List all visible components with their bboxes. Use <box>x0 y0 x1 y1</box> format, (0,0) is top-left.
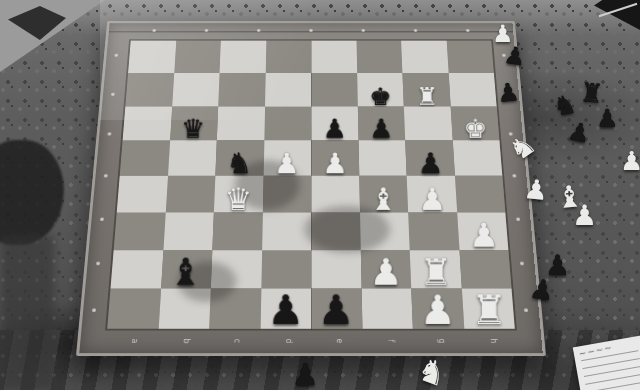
square-c6 <box>217 106 265 140</box>
file-label: b <box>175 317 191 365</box>
border-dot <box>100 217 104 220</box>
square-b5 <box>168 140 217 175</box>
border-dot <box>414 29 418 32</box>
square-b8 <box>174 41 221 73</box>
border-dot <box>309 29 312 32</box>
square-f5 <box>358 140 407 175</box>
square-h5 <box>452 140 502 175</box>
border-dots-top <box>131 29 490 33</box>
captured-piece-black-pawn: ♟ <box>292 360 319 390</box>
piece-black-knight: ♞ <box>226 149 252 178</box>
square-b7 <box>172 73 220 106</box>
square-f6: ♟ <box>357 106 405 140</box>
square-e5: ♟ <box>311 140 359 175</box>
square-g2: ♜ <box>410 250 462 289</box>
square-g3 <box>408 212 459 250</box>
file-label: f <box>380 317 395 365</box>
square-e7 <box>311 73 357 106</box>
square-d7 <box>265 73 311 106</box>
captured-piece-black-pawn: ♟ <box>528 274 557 305</box>
piece-white-rook: ♜ <box>416 84 438 108</box>
border-dot <box>96 262 100 266</box>
piece-white-pawn: ♟ <box>322 149 348 178</box>
square-g6 <box>404 106 453 140</box>
square-g8 <box>401 41 448 73</box>
piece-white-rook: ♜ <box>419 254 452 291</box>
square-g4: ♟ <box>407 176 457 212</box>
captured-piece-white-pawn: ♟ <box>523 175 550 204</box>
captured-piece-white-pawn: ♟ <box>572 202 597 230</box>
square-h3: ♟ <box>457 212 509 250</box>
piece-black-pawn: ♟ <box>417 149 443 178</box>
border-dot <box>361 29 365 32</box>
square-g5: ♟ <box>405 140 454 175</box>
square-c7 <box>218 73 265 106</box>
square-g7: ♜ <box>402 73 450 106</box>
square-a4 <box>117 176 168 212</box>
square-h7 <box>448 73 496 106</box>
captured-piece-black-pawn: ♟ <box>496 79 521 106</box>
border-dot <box>257 29 261 32</box>
piece-black-king: ♚ <box>370 84 392 108</box>
square-a7 <box>125 73 173 106</box>
file-label: h <box>482 317 499 365</box>
square-e6: ♟ <box>311 106 358 140</box>
piece-white-pawn: ♟ <box>274 149 300 178</box>
border-dot <box>104 174 108 177</box>
square-f8 <box>356 41 402 73</box>
square-e2 <box>311 250 361 289</box>
piece-white-pawn: ♟ <box>418 183 446 214</box>
square-c3 <box>212 212 262 250</box>
file-label: e <box>329 317 343 365</box>
border-dot <box>111 93 115 96</box>
captured-piece-black-pawn: ♟ <box>502 43 527 70</box>
square-c8 <box>220 41 266 73</box>
square-d6 <box>264 106 311 140</box>
border-dot <box>524 308 528 312</box>
square-a2 <box>110 250 163 289</box>
file-label: d <box>278 317 292 365</box>
chess-board: ♚♜♛♟♟♚♞♟♟♟♛♝♟♟♝♟♜♟♟♟♜ abcdefgh <box>76 21 546 356</box>
piece-white-queen: ♛ <box>224 183 252 214</box>
square-d2 <box>261 250 311 289</box>
piece-shadow <box>304 206 390 253</box>
captured-piece-black-pawn: ♟ <box>596 106 618 131</box>
captured-piece-black-knight: ♞ <box>551 90 578 120</box>
piece-white-king: ♚ <box>464 116 488 142</box>
piece-white-pawn: ♟ <box>369 254 402 291</box>
square-e8 <box>311 41 357 73</box>
left-edge-shadow <box>0 235 55 390</box>
piece-black-pawn: ♟ <box>323 116 347 142</box>
square-a6 <box>123 106 172 140</box>
square-h8 <box>446 41 494 73</box>
border-dot <box>92 308 96 312</box>
square-a8 <box>128 41 176 73</box>
square-b4 <box>165 176 215 212</box>
piece-black-bishop: ♝ <box>169 254 202 291</box>
square-h6: ♚ <box>450 106 499 140</box>
square-f4: ♝ <box>359 176 408 212</box>
piece-black-queen: ♛ <box>181 116 205 142</box>
border-dot <box>205 29 209 32</box>
border-dot <box>152 29 156 32</box>
square-a5 <box>120 140 170 175</box>
square-f2: ♟ <box>360 250 411 289</box>
border-dot <box>466 29 470 32</box>
square-a3 <box>114 212 166 250</box>
border-dot <box>512 174 516 177</box>
square-d8 <box>265 41 311 73</box>
square-h2 <box>459 250 512 289</box>
carpet-triangle-motif <box>0 0 105 72</box>
piece-white-bishop: ♝ <box>370 183 398 214</box>
square-b3 <box>163 212 214 250</box>
captured-piece-white-pawn: ♟ <box>620 148 640 174</box>
border-dot <box>520 262 524 266</box>
square-h4 <box>454 176 505 212</box>
file-label: c <box>226 317 241 365</box>
border-dot <box>114 54 118 57</box>
file-labels: abcdefgh <box>106 334 517 347</box>
border-dot <box>516 217 520 220</box>
border-dot <box>107 133 111 136</box>
square-b6: ♛ <box>170 106 219 140</box>
square-f7: ♚ <box>357 73 404 106</box>
piece-black-pawn: ♟ <box>370 116 394 142</box>
piece-white-pawn: ♟ <box>468 219 498 252</box>
captured-piece-black-rook: ♜ <box>579 79 604 107</box>
